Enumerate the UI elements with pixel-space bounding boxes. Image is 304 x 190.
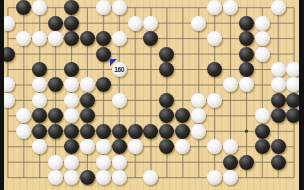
black-stone: [271, 155, 286, 170]
white-stone: [48, 31, 63, 46]
white-stone: [207, 93, 222, 108]
black-stone: [143, 124, 158, 139]
black-stone: [223, 155, 238, 170]
black-stone: [64, 16, 79, 31]
black-stone: [112, 124, 127, 139]
letterbox-left: [0, 0, 4, 190]
white-stone: [143, 16, 158, 31]
white-stone: [128, 139, 143, 154]
move-number-marker: 160: [112, 62, 127, 77]
white-stone: [96, 0, 111, 15]
black-stone: [96, 31, 111, 46]
white-stone: [112, 170, 127, 185]
black-stone: [159, 108, 174, 123]
white-stone: [255, 16, 270, 31]
black-stone: [239, 62, 254, 77]
white-stone: [175, 139, 190, 154]
black-stone: [64, 62, 79, 77]
white-stone: [32, 139, 47, 154]
white-stone: [207, 31, 222, 46]
white-stone: [207, 0, 222, 15]
black-stone: [207, 62, 222, 77]
black-stone: [239, 16, 254, 31]
black-stone: [175, 124, 190, 139]
white-stone: [112, 0, 127, 15]
go-app-screen: 160: [0, 0, 304, 190]
white-stone: [16, 31, 31, 46]
white-stone: [80, 77, 95, 92]
white-stone: [16, 108, 31, 123]
black-stone: [271, 139, 286, 154]
last-move-stone: 160: [112, 62, 127, 77]
black-stone: [80, 108, 95, 123]
white-stone: [32, 93, 47, 108]
white-stone: [255, 31, 270, 46]
black-stone: [80, 93, 95, 108]
white-stone: [32, 0, 47, 15]
black-stone: [175, 108, 190, 123]
black-stone: [159, 93, 174, 108]
black-stone: [271, 93, 286, 108]
black-stone: [159, 47, 174, 62]
black-stone: [48, 77, 63, 92]
black-stone: [80, 31, 95, 46]
black-stone: [48, 16, 63, 31]
white-stone: [223, 77, 238, 92]
white-stone: [64, 77, 79, 92]
white-stone: [207, 139, 222, 154]
white-stone: [207, 170, 222, 185]
black-stone: [239, 47, 254, 62]
stone-layer: 160: [0, 0, 304, 190]
white-stone: [32, 77, 47, 92]
white-stone: [80, 139, 95, 154]
white-stone: [96, 139, 111, 154]
white-stone: [48, 170, 63, 185]
black-stone: [159, 62, 174, 77]
black-stone: [48, 108, 63, 123]
white-stone: [96, 170, 111, 185]
black-stone: [32, 108, 47, 123]
white-stone: [112, 155, 127, 170]
white-stone: [112, 31, 127, 46]
black-stone: [112, 139, 127, 154]
white-stone: [96, 155, 111, 170]
white-stone: [64, 170, 79, 185]
black-stone: [48, 124, 63, 139]
white-stone: [239, 77, 254, 92]
black-stone: [96, 47, 111, 62]
black-stone: [96, 77, 111, 92]
white-stone: [64, 155, 79, 170]
white-stone: [223, 0, 238, 15]
black-stone: [255, 139, 270, 154]
white-stone: [143, 170, 158, 185]
black-stone: [80, 170, 95, 185]
black-stone: [64, 124, 79, 139]
white-stone: [64, 108, 79, 123]
white-stone: [191, 108, 206, 123]
black-stone: [16, 0, 31, 15]
black-stone: [239, 155, 254, 170]
black-stone: [80, 124, 95, 139]
white-stone: [223, 139, 238, 154]
white-stone: [271, 62, 286, 77]
black-stone: [128, 124, 143, 139]
white-stone: [191, 124, 206, 139]
black-stone: [271, 108, 286, 123]
black-stone: [159, 139, 174, 154]
black-stone: [32, 124, 47, 139]
white-stone: [191, 93, 206, 108]
white-stone: [255, 108, 270, 123]
white-stone: [64, 93, 79, 108]
black-stone: [32, 62, 47, 77]
white-stone: [191, 16, 206, 31]
white-stone: [271, 77, 286, 92]
white-stone: [112, 93, 127, 108]
black-stone: [143, 31, 158, 46]
letterbox-right: [299, 0, 304, 190]
white-stone: [271, 0, 286, 15]
white-stone: [32, 31, 47, 46]
black-stone: [159, 124, 174, 139]
black-stone: [64, 0, 79, 15]
black-stone: [239, 31, 254, 46]
black-stone: [96, 124, 111, 139]
black-stone: [64, 31, 79, 46]
black-stone: [64, 139, 79, 154]
white-stone: [16, 124, 31, 139]
go-board[interactable]: 160: [0, 0, 304, 190]
black-stone: [255, 124, 270, 139]
white-stone: [223, 170, 238, 185]
white-stone: [255, 47, 270, 62]
white-stone: [48, 155, 63, 170]
white-stone: [128, 16, 143, 31]
